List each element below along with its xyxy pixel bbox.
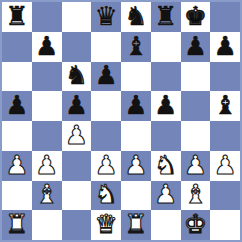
square-a5[interactable]: ♟ bbox=[2, 91, 32, 121]
square-d7[interactable] bbox=[91, 32, 121, 62]
white-pawn-icon: ♟ bbox=[124, 152, 147, 178]
white-pawn-icon: ♟ bbox=[35, 152, 58, 178]
square-f7[interactable] bbox=[151, 32, 181, 62]
square-h1[interactable] bbox=[210, 210, 240, 240]
black-king-icon: ♚ bbox=[184, 3, 207, 29]
square-h3[interactable]: ♟ bbox=[210, 151, 240, 181]
black-rook-icon: ♜ bbox=[154, 3, 177, 29]
square-e7[interactable]: ♝ bbox=[121, 32, 151, 62]
white-bishop-icon: ♝ bbox=[35, 181, 58, 207]
square-c2[interactable] bbox=[62, 181, 92, 211]
square-g4[interactable] bbox=[181, 121, 211, 151]
white-knight-icon: ♞ bbox=[94, 181, 117, 207]
square-e4[interactable] bbox=[121, 121, 151, 151]
black-rook-icon: ♜ bbox=[5, 3, 28, 29]
square-g6[interactable] bbox=[181, 62, 211, 92]
square-f5[interactable]: ♟ bbox=[151, 91, 181, 121]
square-b6[interactable] bbox=[32, 62, 62, 92]
white-king-icon: ♚ bbox=[184, 211, 207, 237]
square-h6[interactable] bbox=[210, 62, 240, 92]
square-a1[interactable]: ♜ bbox=[2, 210, 32, 240]
square-b7[interactable]: ♟ bbox=[32, 32, 62, 62]
square-b3[interactable]: ♟ bbox=[32, 151, 62, 181]
square-a3[interactable]: ♟ bbox=[2, 151, 32, 181]
square-e1[interactable]: ♜ bbox=[121, 210, 151, 240]
white-pawn-icon: ♟ bbox=[213, 152, 236, 178]
square-h2[interactable] bbox=[210, 181, 240, 211]
square-d4[interactable] bbox=[91, 121, 121, 151]
black-bishop-icon: ♝ bbox=[213, 92, 236, 118]
square-b8[interactable] bbox=[32, 2, 62, 32]
white-rook-icon: ♜ bbox=[124, 211, 147, 237]
square-g3[interactable]: ♟ bbox=[181, 151, 211, 181]
chess-board: ♜♛♞♜♚♟♝♟♟♞♟♟♟♟♟♝♟♟♟♟♟♞♟♟♝♞♟♝♜♛♜♚ bbox=[0, 0, 242, 242]
white-bishop-icon: ♝ bbox=[184, 181, 207, 207]
square-c8[interactable] bbox=[62, 2, 92, 32]
square-g5[interactable] bbox=[181, 91, 211, 121]
square-c4[interactable]: ♟ bbox=[62, 121, 92, 151]
square-c6[interactable]: ♞ bbox=[62, 62, 92, 92]
square-g1[interactable]: ♚ bbox=[181, 210, 211, 240]
square-c7[interactable] bbox=[62, 32, 92, 62]
white-pawn-icon: ♟ bbox=[5, 152, 28, 178]
square-c5[interactable]: ♟ bbox=[62, 91, 92, 121]
square-f6[interactable] bbox=[151, 62, 181, 92]
square-d5[interactable] bbox=[91, 91, 121, 121]
square-e5[interactable]: ♟ bbox=[121, 91, 151, 121]
square-a4[interactable] bbox=[2, 121, 32, 151]
square-d6[interactable]: ♟ bbox=[91, 62, 121, 92]
square-e6[interactable] bbox=[121, 62, 151, 92]
black-queen-icon: ♛ bbox=[94, 3, 117, 29]
square-f4[interactable] bbox=[151, 121, 181, 151]
white-pawn-icon: ♟ bbox=[184, 152, 207, 178]
square-e3[interactable]: ♟ bbox=[121, 151, 151, 181]
black-knight-icon: ♞ bbox=[124, 3, 147, 29]
black-bishop-icon: ♝ bbox=[124, 33, 147, 59]
black-pawn-icon: ♟ bbox=[35, 33, 58, 59]
black-pawn-icon: ♟ bbox=[94, 62, 117, 88]
square-g8[interactable]: ♚ bbox=[181, 2, 211, 32]
black-pawn-icon: ♟ bbox=[213, 33, 236, 59]
square-a7[interactable] bbox=[2, 32, 32, 62]
square-f1[interactable] bbox=[151, 210, 181, 240]
black-pawn-icon: ♟ bbox=[65, 92, 88, 118]
white-pawn-icon: ♟ bbox=[65, 122, 88, 148]
square-d2[interactable]: ♞ bbox=[91, 181, 121, 211]
square-f3[interactable]: ♞ bbox=[151, 151, 181, 181]
black-pawn-icon: ♟ bbox=[5, 92, 28, 118]
square-g2[interactable]: ♝ bbox=[181, 181, 211, 211]
black-knight-icon: ♞ bbox=[65, 62, 88, 88]
square-a8[interactable]: ♜ bbox=[2, 2, 32, 32]
black-pawn-icon: ♟ bbox=[184, 33, 207, 59]
black-pawn-icon: ♟ bbox=[154, 92, 177, 118]
square-b5[interactable] bbox=[32, 91, 62, 121]
square-b2[interactable]: ♝ bbox=[32, 181, 62, 211]
square-e2[interactable] bbox=[121, 181, 151, 211]
square-b1[interactable] bbox=[32, 210, 62, 240]
square-e8[interactable]: ♞ bbox=[121, 2, 151, 32]
white-rook-icon: ♜ bbox=[5, 211, 28, 237]
square-c1[interactable] bbox=[62, 210, 92, 240]
square-d3[interactable]: ♟ bbox=[91, 151, 121, 181]
square-c3[interactable] bbox=[62, 151, 92, 181]
white-queen-icon: ♛ bbox=[94, 211, 117, 237]
square-d1[interactable]: ♛ bbox=[91, 210, 121, 240]
square-h5[interactable]: ♝ bbox=[210, 91, 240, 121]
square-h7[interactable]: ♟ bbox=[210, 32, 240, 62]
square-h4[interactable] bbox=[210, 121, 240, 151]
square-b4[interactable] bbox=[32, 121, 62, 151]
square-a2[interactable] bbox=[2, 181, 32, 211]
black-pawn-icon: ♟ bbox=[124, 92, 147, 118]
square-g7[interactable]: ♟ bbox=[181, 32, 211, 62]
square-a6[interactable] bbox=[2, 62, 32, 92]
square-f2[interactable]: ♟ bbox=[151, 181, 181, 211]
square-d8[interactable]: ♛ bbox=[91, 2, 121, 32]
white-pawn-icon: ♟ bbox=[154, 181, 177, 207]
square-h8[interactable] bbox=[210, 2, 240, 32]
white-knight-icon: ♞ bbox=[154, 152, 177, 178]
square-f8[interactable]: ♜ bbox=[151, 2, 181, 32]
white-pawn-icon: ♟ bbox=[94, 152, 117, 178]
